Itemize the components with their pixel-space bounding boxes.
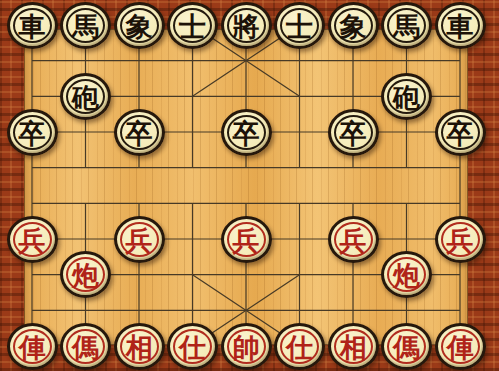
piece-inner-ring: 兵 — [441, 222, 480, 257]
piece-black-chariot[interactable]: 車 — [7, 2, 58, 49]
piece-red-soldier[interactable]: 兵 — [221, 216, 272, 263]
piece-black-soldier[interactable]: 卒 — [7, 109, 58, 156]
xiangqi-board: 車馬象士將士象馬車砲砲卒卒卒卒卒兵兵兵兵兵炮炮俥傌相仕帥仕相傌俥 — [0, 0, 499, 371]
piece-character: 傌 — [72, 334, 99, 361]
piece-black-soldier[interactable]: 卒 — [114, 109, 165, 156]
piece-character: 士 — [286, 13, 313, 40]
piece-black-soldier[interactable]: 卒 — [328, 109, 379, 156]
piece-inner-ring: 帥 — [227, 329, 266, 364]
piece-inner-ring: 兵 — [227, 222, 266, 257]
piece-black-cannon[interactable]: 砲 — [60, 73, 111, 120]
piece-red-soldier[interactable]: 兵 — [328, 216, 379, 263]
piece-inner-ring: 仕 — [280, 329, 319, 364]
piece-red-soldier[interactable]: 兵 — [114, 216, 165, 263]
piece-black-soldier[interactable]: 卒 — [221, 109, 272, 156]
piece-character: 砲 — [72, 84, 99, 111]
piece-inner-ring: 將 — [227, 8, 266, 43]
piece-red-cannon[interactable]: 炮 — [381, 251, 432, 298]
piece-character: 兵 — [447, 227, 474, 254]
piece-character: 俥 — [447, 334, 474, 361]
piece-black-soldier[interactable]: 卒 — [435, 109, 486, 156]
piece-inner-ring: 相 — [120, 329, 159, 364]
piece-inner-ring: 卒 — [13, 115, 52, 150]
piece-inner-ring: 車 — [13, 8, 52, 43]
piece-character: 相 — [126, 334, 153, 361]
piece-inner-ring: 卒 — [120, 115, 159, 150]
piece-character: 卒 — [233, 120, 260, 147]
piece-character: 馬 — [393, 13, 420, 40]
piece-inner-ring: 炮 — [66, 257, 105, 292]
piece-inner-ring: 卒 — [334, 115, 373, 150]
piece-inner-ring: 士 — [173, 8, 212, 43]
piece-inner-ring: 砲 — [66, 79, 105, 114]
piece-inner-ring: 卒 — [227, 115, 266, 150]
piece-character: 仕 — [286, 334, 313, 361]
piece-character: 帥 — [233, 334, 260, 361]
piece-black-general[interactable]: 將 — [221, 2, 272, 49]
piece-red-soldier[interactable]: 兵 — [7, 216, 58, 263]
piece-inner-ring: 卒 — [441, 115, 480, 150]
piece-character: 炮 — [393, 262, 420, 289]
piece-inner-ring: 馬 — [387, 8, 426, 43]
piece-character: 卒 — [447, 120, 474, 147]
piece-inner-ring: 傌 — [387, 329, 426, 364]
piece-character: 象 — [126, 13, 153, 40]
piece-character: 將 — [233, 13, 260, 40]
piece-inner-ring: 傌 — [66, 329, 105, 364]
piece-red-chariot[interactable]: 俥 — [435, 323, 486, 370]
piece-black-elephant[interactable]: 象 — [114, 2, 165, 49]
piece-inner-ring: 象 — [120, 8, 159, 43]
piece-red-advisor[interactable]: 仕 — [167, 323, 218, 370]
piece-character: 砲 — [393, 84, 420, 111]
piece-red-soldier[interactable]: 兵 — [435, 216, 486, 263]
piece-character: 車 — [19, 13, 46, 40]
piece-black-advisor[interactable]: 士 — [167, 2, 218, 49]
piece-black-elephant[interactable]: 象 — [328, 2, 379, 49]
piece-inner-ring: 兵 — [13, 222, 52, 257]
piece-black-cannon[interactable]: 砲 — [381, 73, 432, 120]
piece-inner-ring: 砲 — [387, 79, 426, 114]
piece-inner-ring: 士 — [280, 8, 319, 43]
piece-red-advisor[interactable]: 仕 — [274, 323, 325, 370]
piece-character: 卒 — [19, 120, 46, 147]
piece-black-horse[interactable]: 馬 — [381, 2, 432, 49]
piece-character: 俥 — [19, 334, 46, 361]
piece-character: 兵 — [19, 227, 46, 254]
piece-inner-ring: 俥 — [441, 329, 480, 364]
piece-black-chariot[interactable]: 車 — [435, 2, 486, 49]
piece-character: 兵 — [126, 227, 153, 254]
board-grid-lines — [0, 0, 499, 371]
piece-character: 相 — [340, 334, 367, 361]
piece-inner-ring: 兵 — [334, 222, 373, 257]
piece-character: 士 — [179, 13, 206, 40]
piece-red-horse[interactable]: 傌 — [381, 323, 432, 370]
piece-character: 兵 — [233, 227, 260, 254]
piece-inner-ring: 馬 — [66, 8, 105, 43]
piece-inner-ring: 兵 — [120, 222, 159, 257]
piece-red-chariot[interactable]: 俥 — [7, 323, 58, 370]
piece-character: 炮 — [72, 262, 99, 289]
piece-inner-ring: 仕 — [173, 329, 212, 364]
piece-black-horse[interactable]: 馬 — [60, 2, 111, 49]
piece-character: 兵 — [340, 227, 367, 254]
piece-character: 傌 — [393, 334, 420, 361]
piece-red-elephant[interactable]: 相 — [114, 323, 165, 370]
piece-character: 車 — [447, 13, 474, 40]
piece-inner-ring: 車 — [441, 8, 480, 43]
piece-red-horse[interactable]: 傌 — [60, 323, 111, 370]
piece-character: 象 — [340, 13, 367, 40]
piece-character: 仕 — [179, 334, 206, 361]
piece-inner-ring: 相 — [334, 329, 373, 364]
piece-black-advisor[interactable]: 士 — [274, 2, 325, 49]
piece-inner-ring: 俥 — [13, 329, 52, 364]
piece-inner-ring: 象 — [334, 8, 373, 43]
piece-character: 卒 — [126, 120, 153, 147]
piece-red-general[interactable]: 帥 — [221, 323, 272, 370]
piece-inner-ring: 炮 — [387, 257, 426, 292]
piece-character: 卒 — [340, 120, 367, 147]
piece-character: 馬 — [72, 13, 99, 40]
piece-red-cannon[interactable]: 炮 — [60, 251, 111, 298]
piece-red-elephant[interactable]: 相 — [328, 323, 379, 370]
